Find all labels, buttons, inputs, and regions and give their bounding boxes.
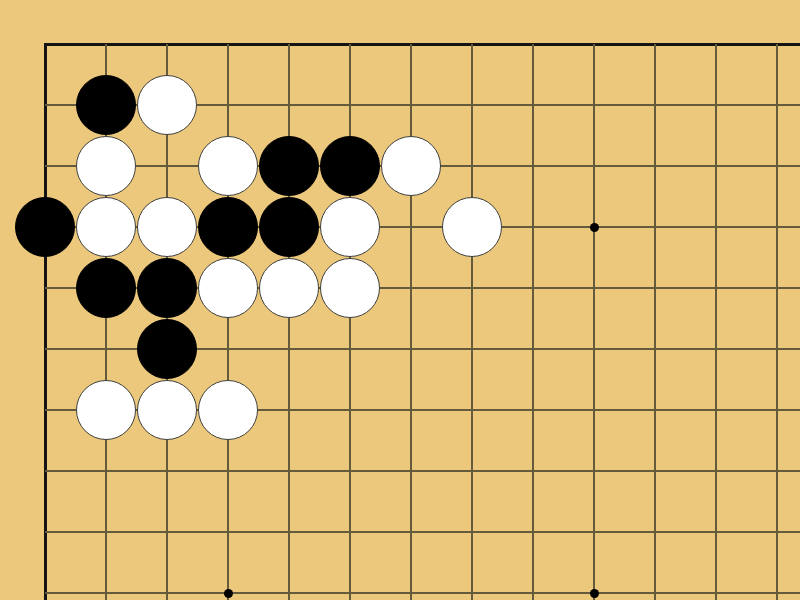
intersection-B18[interactable]: ● — [76, 75, 137, 136]
intersection-B15[interactable]: ● — [76, 258, 137, 319]
intersection-C13[interactable]: ○ — [137, 380, 198, 441]
intersection-E15[interactable]: ○ — [259, 258, 320, 319]
intersection-B17[interactable]: ○ — [76, 136, 137, 197]
intersection-D16[interactable]: ● — [198, 197, 259, 258]
intersection-D17[interactable]: ○ — [198, 136, 259, 197]
go-board[interactable]: ●○○○●●○●○○●●○○●●○○○●○○○ — [0, 0, 800, 600]
black-stone-C14[interactable]: ● — [137, 319, 197, 379]
intersection-F15[interactable]: ○ — [320, 258, 381, 319]
black-stone-E17[interactable]: ● — [259, 136, 319, 196]
white-stone-E15[interactable]: ○ — [259, 258, 319, 318]
white-stone-F16[interactable]: ○ — [320, 197, 380, 257]
intersection-E17[interactable]: ● — [259, 136, 320, 197]
intersection-D13[interactable]: ○ — [198, 380, 259, 441]
intersection-H16[interactable]: ○ — [442, 197, 503, 258]
white-stone-G17[interactable]: ○ — [381, 136, 441, 196]
black-stone-B15[interactable]: ● — [76, 258, 136, 318]
white-stone-D13[interactable]: ○ — [198, 380, 258, 440]
white-stone-B13[interactable]: ○ — [76, 380, 136, 440]
white-stone-C13[interactable]: ○ — [137, 380, 197, 440]
white-stone-C16[interactable]: ○ — [137, 197, 197, 257]
white-stone-F15[interactable]: ○ — [320, 258, 380, 318]
intersection-C18[interactable]: ○ — [137, 75, 198, 136]
intersection-F17[interactable]: ● — [320, 136, 381, 197]
intersection-C15[interactable]: ● — [137, 258, 198, 319]
intersection-B13[interactable]: ○ — [76, 380, 137, 441]
intersection-B16[interactable]: ○ — [76, 197, 137, 258]
intersection-C16[interactable]: ○ — [137, 197, 198, 258]
black-stone-C15[interactable]: ● — [137, 258, 197, 318]
white-stone-H16[interactable]: ○ — [442, 197, 502, 257]
black-stone-F17[interactable]: ● — [320, 136, 380, 196]
white-stone-D17[interactable]: ○ — [198, 136, 258, 196]
black-stone-E16[interactable]: ● — [259, 197, 319, 257]
white-stone-C18[interactable]: ○ — [137, 75, 197, 135]
intersection-E16[interactable]: ● — [259, 197, 320, 258]
stones-layer: ●○○○●●○●○○●●○○●●○○○●○○○ — [15, 14, 800, 600]
intersection-A16[interactable]: ● — [15, 197, 76, 258]
white-stone-B16[interactable]: ○ — [76, 197, 136, 257]
black-stone-A16[interactable]: ● — [15, 197, 75, 257]
black-stone-B18[interactable]: ● — [76, 75, 136, 135]
white-stone-B17[interactable]: ○ — [76, 136, 136, 196]
black-stone-D16[interactable]: ● — [198, 197, 258, 257]
white-stone-D15[interactable]: ○ — [198, 258, 258, 318]
intersection-D15[interactable]: ○ — [198, 258, 259, 319]
intersection-F16[interactable]: ○ — [320, 197, 381, 258]
intersection-C14[interactable]: ● — [137, 319, 198, 380]
intersection-G17[interactable]: ○ — [381, 136, 442, 197]
